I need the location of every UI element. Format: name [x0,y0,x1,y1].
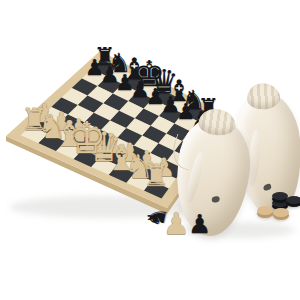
brand-logo-icon [212,196,221,203]
product-photo: ♜♞♝♛♚♝♞♜♟♟♟♟♟♟♟♟♟♟♟♟♟♟♟♟♜♞♝♛♚♝♞♜ ♞♟♟ [0,0,300,300]
brand-logo-icon [263,183,272,191]
